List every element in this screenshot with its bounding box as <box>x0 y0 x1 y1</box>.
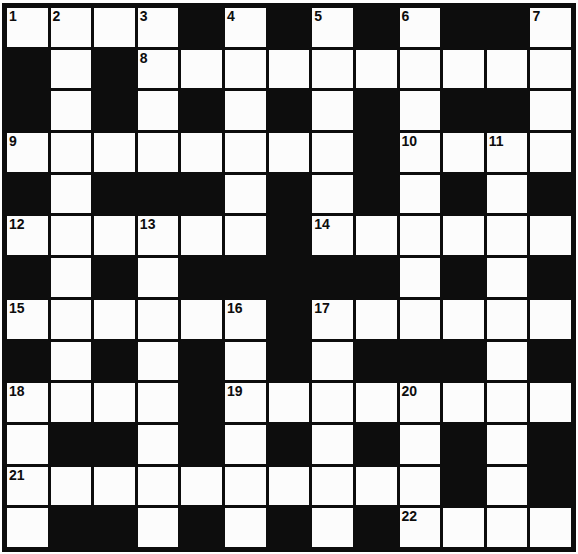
black-cell-r13c3 <box>94 508 135 547</box>
grid-cell-r13c4[interactable] <box>138 508 179 547</box>
grid-cell-r10c7[interactable] <box>269 383 310 422</box>
grid-cell-r3c4[interactable] <box>138 91 179 130</box>
black-cell-r5c11 <box>443 175 484 214</box>
grid-cell-r13c1[interactable] <box>7 508 48 547</box>
black-cell-r9c9 <box>356 342 397 381</box>
black-cell-r7c11 <box>443 258 484 297</box>
grid-cell-r6c2[interactable] <box>51 216 92 255</box>
grid-cell-r8c4[interactable] <box>138 300 179 339</box>
black-cell-r7c7 <box>269 258 310 297</box>
grid-cell-r4c13[interactable] <box>530 133 571 172</box>
clue-number-3: 3 <box>140 8 148 24</box>
black-cell-r5c4 <box>138 175 179 214</box>
black-cell-r1c5 <box>181 8 222 47</box>
black-cell-r9c10 <box>400 342 441 381</box>
grid-cell-r8c5[interactable] <box>181 300 222 339</box>
grid-cell-r3c2[interactable] <box>51 91 92 130</box>
clue-number-16: 16 <box>227 300 243 316</box>
black-cell-r9c5 <box>181 342 222 381</box>
grid-cell-r10c3[interactable] <box>94 383 135 422</box>
black-cell-r5c7 <box>269 175 310 214</box>
grid-cell-r2c2[interactable] <box>51 50 92 89</box>
grid-cell-r6c10[interactable] <box>400 216 441 255</box>
clue-number-22: 22 <box>402 508 418 524</box>
grid-cell-r12c10[interactable] <box>400 467 441 506</box>
grid-cell-r4c6[interactable] <box>225 133 266 172</box>
grid-cell-r8c13[interactable] <box>530 300 571 339</box>
grid-cell-r4c4[interactable] <box>138 133 179 172</box>
clue-number-2: 2 <box>53 8 61 24</box>
black-cell-r4c9 <box>356 133 397 172</box>
grid-cell-r1c10[interactable]: 6 <box>400 8 441 47</box>
black-cell-r5c13 <box>530 175 571 214</box>
black-cell-r2c1 <box>7 50 48 89</box>
grid-cell-r9c6[interactable] <box>225 342 266 381</box>
grid-cell-r12c12[interactable] <box>487 467 528 506</box>
clue-number-10: 10 <box>402 133 418 149</box>
grid-cell-r2c12[interactable] <box>487 50 528 89</box>
grid-cell-r1c1[interactable]: 1 <box>7 8 48 47</box>
grid-cell-r13c10[interactable]: 22 <box>400 508 441 547</box>
grid-cell-r13c8[interactable] <box>312 508 353 547</box>
grid-cell-r4c1[interactable]: 9 <box>7 133 48 172</box>
black-cell-r1c12 <box>487 8 528 47</box>
grid-cell-r5c12[interactable] <box>487 175 528 214</box>
grid-cell-r8c12[interactable] <box>487 300 528 339</box>
black-cell-r11c11 <box>443 425 484 464</box>
grid-cell-r4c11[interactable] <box>443 133 484 172</box>
black-cell-r7c5 <box>181 258 222 297</box>
grid-cell-r7c12[interactable] <box>487 258 528 297</box>
black-cell-r11c5 <box>181 425 222 464</box>
grid-cell-r13c13[interactable] <box>530 508 571 547</box>
grid-cell-r2c5[interactable] <box>181 50 222 89</box>
grid-cell-r4c3[interactable] <box>94 133 135 172</box>
grid-cell-r6c4[interactable]: 13 <box>138 216 179 255</box>
grid-cell-r2c10[interactable] <box>400 50 441 89</box>
grid-cell-r7c4[interactable] <box>138 258 179 297</box>
black-cell-r1c11 <box>443 8 484 47</box>
grid-cell-r8c2[interactable] <box>51 300 92 339</box>
clue-number-11: 11 <box>489 133 504 149</box>
grid-cell-r1c4[interactable]: 3 <box>138 8 179 47</box>
black-cell-r7c1 <box>7 258 48 297</box>
clue-number-1: 1 <box>9 8 17 24</box>
grid-cell-r11c10[interactable] <box>400 425 441 464</box>
clue-number-17: 17 <box>314 300 330 316</box>
black-cell-r7c13 <box>530 258 571 297</box>
grid-cell-r2c13[interactable] <box>530 50 571 89</box>
black-cell-r13c2 <box>51 508 92 547</box>
grid-cell-r7c2[interactable] <box>51 258 92 297</box>
grid-cell-r3c6[interactable] <box>225 91 266 130</box>
grid-cell-r1c2[interactable]: 2 <box>51 8 92 47</box>
grid-cell-r8c10[interactable] <box>400 300 441 339</box>
grid-cell-r2c7[interactable] <box>269 50 310 89</box>
black-cell-r12c13 <box>530 467 571 506</box>
clue-number-13: 13 <box>140 216 156 232</box>
grid-cell-r11c6[interactable] <box>225 425 266 464</box>
grid-cell-r11c1[interactable] <box>7 425 48 464</box>
grid-cell-r6c12[interactable] <box>487 216 528 255</box>
crossword-grid: 12345678910111213141516171819202122 <box>2 3 576 552</box>
black-cell-r7c6 <box>225 258 266 297</box>
black-cell-r11c13 <box>530 425 571 464</box>
grid-cell-r12c6[interactable] <box>225 467 266 506</box>
black-cell-r1c9 <box>356 8 397 47</box>
grid-cell-r2c4[interactable]: 8 <box>138 50 179 89</box>
grid-cell-r8c1[interactable]: 15 <box>7 300 48 339</box>
grid-cell-r12c8[interactable] <box>312 467 353 506</box>
clue-number-15: 15 <box>9 300 25 316</box>
black-cell-r3c9 <box>356 91 397 130</box>
grid-cell-r11c4[interactable] <box>138 425 179 464</box>
grid-cell-r3c13[interactable] <box>530 91 571 130</box>
grid-cell-r12c2[interactable] <box>51 467 92 506</box>
grid-cell-r10c6[interactable]: 19 <box>225 383 266 422</box>
black-cell-r9c3 <box>94 342 135 381</box>
black-cell-r9c11 <box>443 342 484 381</box>
grid-cell-r4c8[interactable] <box>312 133 353 172</box>
black-cell-r5c5 <box>181 175 222 214</box>
grid-cell-r8c3[interactable] <box>94 300 135 339</box>
black-cell-r11c2 <box>51 425 92 464</box>
black-cell-r11c9 <box>356 425 397 464</box>
grid-cell-r2c6[interactable] <box>225 50 266 89</box>
black-cell-r11c7 <box>269 425 310 464</box>
grid-cell-r6c1[interactable]: 12 <box>7 216 48 255</box>
black-cell-r3c1 <box>7 91 48 130</box>
grid-cell-r13c6[interactable] <box>225 508 266 547</box>
black-cell-r5c1 <box>7 175 48 214</box>
black-cell-r3c3 <box>94 91 135 130</box>
black-cell-r5c3 <box>94 175 135 214</box>
clue-number-21: 21 <box>9 467 25 483</box>
grid-cell-r10c1[interactable]: 18 <box>7 383 48 422</box>
grid-cell-r10c11[interactable] <box>443 383 484 422</box>
clue-number-9: 9 <box>9 133 17 149</box>
grid-cell-r6c9[interactable] <box>356 216 397 255</box>
clue-number-5: 5 <box>314 8 322 24</box>
grid-cell-r4c2[interactable] <box>51 133 92 172</box>
black-cell-r6c7 <box>269 216 310 255</box>
black-cell-r11c3 <box>94 425 135 464</box>
grid-cell-r12c1[interactable]: 21 <box>7 467 48 506</box>
black-cell-r3c5 <box>181 91 222 130</box>
grid-cell-r6c5[interactable] <box>181 216 222 255</box>
grid-cell-r4c10[interactable]: 10 <box>400 133 441 172</box>
black-cell-r9c7 <box>269 342 310 381</box>
black-cell-r12c11 <box>443 467 484 506</box>
grid-cell-r6c8[interactable]: 14 <box>312 216 353 255</box>
grid-cell-r9c2[interactable] <box>51 342 92 381</box>
black-cell-r13c7 <box>269 508 310 547</box>
grid-cell-r11c12[interactable] <box>487 425 528 464</box>
grid-cell-r12c7[interactable] <box>269 467 310 506</box>
clue-number-8: 8 <box>140 50 148 66</box>
clue-number-4: 4 <box>227 8 235 24</box>
black-cell-r5c9 <box>356 175 397 214</box>
grid-cell-r8c8[interactable]: 17 <box>312 300 353 339</box>
grid-cell-r5c2[interactable] <box>51 175 92 214</box>
grid-cell-r8c9[interactable] <box>356 300 397 339</box>
grid-cell-r3c10[interactable] <box>400 91 441 130</box>
grid-cell-r13c12[interactable] <box>487 508 528 547</box>
grid-cell-r2c9[interactable] <box>356 50 397 89</box>
black-cell-r2c3 <box>94 50 135 89</box>
clue-number-7: 7 <box>532 8 540 24</box>
grid-cell-r10c13[interactable] <box>530 383 571 422</box>
grid-cell-r10c9[interactable] <box>356 383 397 422</box>
grid-cell-r1c6[interactable]: 4 <box>225 8 266 47</box>
black-cell-r13c5 <box>181 508 222 547</box>
grid-cell-r12c4[interactable] <box>138 467 179 506</box>
grid-cell-r13c11[interactable] <box>443 508 484 547</box>
clue-number-20: 20 <box>402 383 418 399</box>
grid-cell-r5c8[interactable] <box>312 175 353 214</box>
grid-cell-r10c8[interactable] <box>312 383 353 422</box>
grid-cell-r10c10[interactable]: 20 <box>400 383 441 422</box>
black-cell-r13c9 <box>356 508 397 547</box>
grid-cell-r2c8[interactable] <box>312 50 353 89</box>
clue-number-6: 6 <box>402 8 410 24</box>
black-cell-r3c11 <box>443 91 484 130</box>
grid-cell-r5c6[interactable] <box>225 175 266 214</box>
grid-cell-r10c2[interactable] <box>51 383 92 422</box>
grid-cell-r10c12[interactable] <box>487 383 528 422</box>
grid-cell-r4c12[interactable]: 11 <box>487 133 528 172</box>
grid-cell-r9c4[interactable] <box>138 342 179 381</box>
clue-number-19: 19 <box>227 383 243 399</box>
grid-cell-r9c12[interactable] <box>487 342 528 381</box>
grid-cell-r1c3[interactable] <box>94 8 135 47</box>
grid-cell-r2c11[interactable] <box>443 50 484 89</box>
grid-cell-r8c6[interactable]: 16 <box>225 300 266 339</box>
clue-number-14: 14 <box>314 216 330 232</box>
grid-cell-r12c9[interactable] <box>356 467 397 506</box>
grid-cell-r7c10[interactable] <box>400 258 441 297</box>
grid-cell-r9c8[interactable] <box>312 342 353 381</box>
black-cell-r9c1 <box>7 342 48 381</box>
black-cell-r7c8 <box>312 258 353 297</box>
black-cell-r7c3 <box>94 258 135 297</box>
grid-cell-r6c13[interactable] <box>530 216 571 255</box>
grid-cell-r11c8[interactable] <box>312 425 353 464</box>
black-cell-r10c5 <box>181 383 222 422</box>
grid-cell-r4c5[interactable] <box>181 133 222 172</box>
black-cell-r8c7 <box>269 300 310 339</box>
grid-cell-r10c4[interactable] <box>138 383 179 422</box>
clue-number-12: 12 <box>9 216 25 232</box>
grid-cell-r8c11[interactable] <box>443 300 484 339</box>
grid-cell-r6c3[interactable] <box>94 216 135 255</box>
grid-cell-r5c10[interactable] <box>400 175 441 214</box>
grid-cell-r12c5[interactable] <box>181 467 222 506</box>
grid-cell-r3c8[interactable] <box>312 91 353 130</box>
grid-cell-r4c7[interactable] <box>269 133 310 172</box>
black-cell-r7c9 <box>356 258 397 297</box>
black-cell-r9c13 <box>530 342 571 381</box>
grid-cell-r1c13[interactable]: 7 <box>530 8 571 47</box>
black-cell-r1c7 <box>269 8 310 47</box>
black-cell-r3c7 <box>269 91 310 130</box>
clue-number-18: 18 <box>9 383 25 399</box>
grid-cell-r6c11[interactable] <box>443 216 484 255</box>
grid-cell-r6c6[interactable] <box>225 216 266 255</box>
grid-cell-r1c8[interactable]: 5 <box>312 8 353 47</box>
black-cell-r3c12 <box>487 91 528 130</box>
grid-cell-r12c3[interactable] <box>94 467 135 506</box>
